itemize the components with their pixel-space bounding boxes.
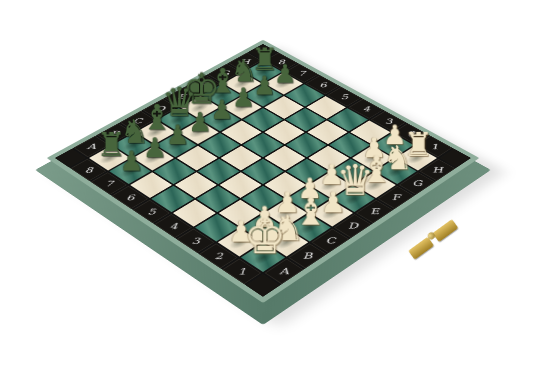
label-text: 6 [126, 193, 135, 202]
label-text: H [240, 58, 250, 65]
label-text: A [87, 142, 97, 150]
label-text: 2 [214, 251, 223, 261]
rank-label-right-4: 4 [349, 99, 384, 119]
label-text: 5 [340, 93, 348, 101]
label-text: 7 [105, 179, 114, 188]
label-text: H [432, 166, 444, 175]
green-pawn-piece-a7: ♟ [119, 147, 143, 174]
label-text: G [412, 179, 423, 188]
label-text: E [370, 207, 380, 216]
green-pawn-piece-g7: ♟ [253, 72, 276, 98]
label-text: D [347, 221, 358, 230]
label-text: 1 [238, 266, 246, 276]
label-text: 8 [84, 166, 93, 175]
label-text: 6 [319, 81, 327, 88]
label-text: 4 [169, 221, 178, 230]
label-text: C [325, 236, 335, 246]
label-text: G [220, 70, 229, 77]
label-text: B [303, 251, 313, 261]
label-text: F [199, 81, 207, 88]
label-text: D [155, 105, 165, 113]
label-text: E [177, 93, 186, 101]
piece-anchor: ♟ [190, 127, 211, 139]
white-king-piece-a1: ♚ [244, 213, 287, 260]
border-corner [440, 149, 471, 168]
chess-set-scene: ABCDEFGH8♜♞♝♛♚♝♞♜87♟♟♟♟♟♟♟♟7665544332♟♟♟… [110, 5, 416, 311]
square-e5 [243, 133, 284, 157]
label-text: F [391, 193, 400, 202]
clasp-plate-left [408, 237, 434, 260]
product-photo-stage: ABCDEFGH8♜♞♝♛♚♝♞♜87♟♟♟♟♟♟♟♟7665544332♟♟♟… [0, 0, 540, 370]
label-text: 3 [191, 236, 200, 246]
green-pawn-piece-d7: ♟ [188, 109, 212, 135]
label-text: 7 [298, 70, 305, 77]
green-pawn-piece-b7: ♟ [143, 134, 167, 161]
label-text: C [133, 117, 143, 125]
label-text: 3 [384, 117, 392, 125]
green-pawn-piece-c7: ♟ [166, 121, 190, 148]
green-pawn-piece-e7: ♟ [210, 96, 234, 122]
piece-anchor: ♟ [167, 140, 188, 152]
label-text: A [279, 266, 289, 276]
square-e6 [221, 120, 261, 144]
square-g4 [307, 120, 347, 144]
label-text: 4 [362, 105, 370, 113]
label-text: 5 [147, 207, 156, 216]
label-text: 8 [277, 58, 284, 65]
green-pawn-piece-f7: ♟ [232, 84, 255, 110]
clasp-plate-right [432, 219, 458, 242]
